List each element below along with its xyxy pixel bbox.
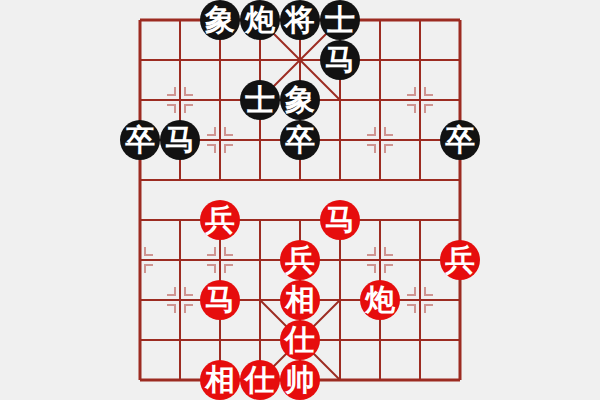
black-cannon[interactable]: 炮	[240, 0, 280, 40]
red-soldier[interactable]: 兵	[280, 240, 320, 280]
black-horse[interactable]: 马	[160, 120, 200, 160]
black-horse[interactable]: 马	[320, 40, 360, 80]
black-elephant[interactable]: 象	[280, 80, 320, 120]
red-cannon[interactable]: 炮	[360, 280, 400, 320]
red-soldier[interactable]: 兵	[440, 240, 480, 280]
black-general[interactable]: 将	[280, 0, 320, 40]
red-advisor[interactable]: 仕	[240, 360, 280, 400]
red-elephant[interactable]: 相	[200, 360, 240, 400]
red-advisor[interactable]: 仕	[280, 320, 320, 360]
red-soldier[interactable]: 兵	[200, 200, 240, 240]
black-soldier[interactable]: 卒	[120, 120, 160, 160]
red-general[interactable]: 帅	[280, 360, 320, 400]
black-soldier[interactable]: 卒	[280, 120, 320, 160]
xiangqi-app: 象炮将士马士象卒马卒卒兵马兵兵马相炮仕相仕帅	[0, 0, 600, 400]
red-horse[interactable]: 马	[320, 200, 360, 240]
red-horse[interactable]: 马	[200, 280, 240, 320]
black-advisor[interactable]: 士	[240, 80, 280, 120]
black-soldier[interactable]: 卒	[440, 120, 480, 160]
black-advisor[interactable]: 士	[320, 0, 360, 40]
pieces-layer: 象炮将士马士象卒马卒卒兵马兵兵马相炮仕相仕帅	[0, 0, 600, 400]
red-elephant[interactable]: 相	[280, 280, 320, 320]
black-elephant[interactable]: 象	[200, 0, 240, 40]
